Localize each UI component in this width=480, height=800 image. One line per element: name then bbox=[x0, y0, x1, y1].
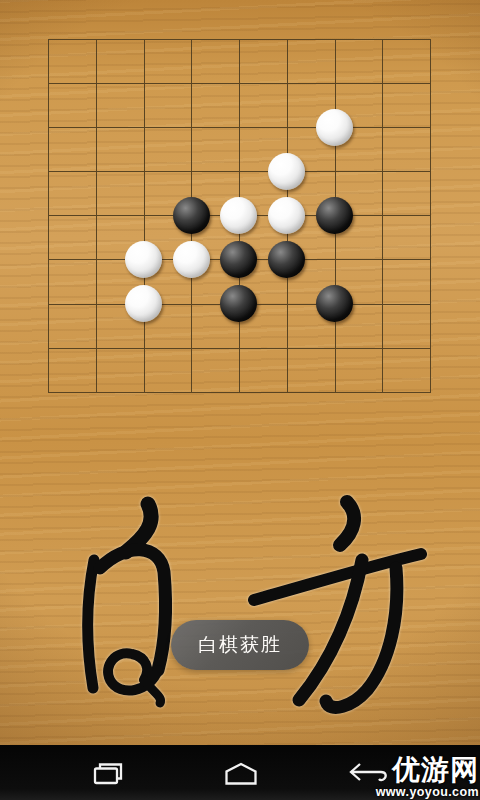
board-intersection[interactable] bbox=[311, 149, 359, 193]
board-intersection[interactable] bbox=[24, 193, 72, 237]
black-stone-point[interactable] bbox=[215, 237, 263, 281]
board-intersection[interactable] bbox=[120, 105, 168, 149]
recents-icon bbox=[90, 761, 126, 787]
board-intersection[interactable] bbox=[24, 17, 72, 61]
board-intersection[interactable] bbox=[358, 326, 406, 370]
board-intersection[interactable] bbox=[24, 149, 72, 193]
recents-button[interactable] bbox=[86, 759, 130, 789]
board-intersection[interactable] bbox=[72, 149, 120, 193]
calligraphy-char-fang bbox=[254, 502, 421, 707]
board-intersection[interactable] bbox=[358, 193, 406, 237]
board-intersection[interactable] bbox=[72, 370, 120, 414]
board-intersection[interactable] bbox=[406, 61, 454, 105]
board-intersection[interactable] bbox=[167, 370, 215, 414]
black-stone bbox=[316, 197, 353, 234]
white-stone bbox=[125, 241, 162, 278]
board-intersection[interactable] bbox=[24, 105, 72, 149]
home-icon bbox=[223, 761, 259, 787]
board-intersection[interactable] bbox=[167, 282, 215, 326]
board-intersection[interactable] bbox=[263, 326, 311, 370]
stones-layer bbox=[24, 17, 454, 414]
black-stone-point[interactable] bbox=[215, 282, 263, 326]
board-intersection[interactable] bbox=[72, 61, 120, 105]
win-toast: 白棋获胜 bbox=[171, 620, 309, 670]
board-intersection[interactable] bbox=[406, 193, 454, 237]
black-stone-point[interactable] bbox=[167, 193, 215, 237]
board-intersection[interactable] bbox=[311, 61, 359, 105]
board-intersection[interactable] bbox=[311, 326, 359, 370]
watermark: 优游网 www.yoyou.com bbox=[376, 756, 479, 800]
white-stone-point[interactable] bbox=[215, 193, 263, 237]
white-stone-point[interactable] bbox=[263, 193, 311, 237]
board-intersection[interactable] bbox=[24, 370, 72, 414]
board-intersection[interactable] bbox=[263, 61, 311, 105]
board-intersection[interactable] bbox=[167, 149, 215, 193]
board-intersection[interactable] bbox=[215, 326, 263, 370]
black-stone-point[interactable] bbox=[311, 193, 359, 237]
board-intersection[interactable] bbox=[311, 17, 359, 61]
white-stone bbox=[173, 241, 210, 278]
board-intersection[interactable] bbox=[358, 282, 406, 326]
board-intersection[interactable] bbox=[120, 61, 168, 105]
board-intersection[interactable] bbox=[120, 370, 168, 414]
board-intersection[interactable] bbox=[406, 237, 454, 281]
board-intersection[interactable] bbox=[263, 370, 311, 414]
board-intersection[interactable] bbox=[358, 149, 406, 193]
gomoku-app-screen: 白棋获胜 优游网 www.yoyou.com bbox=[0, 0, 480, 800]
white-stone-point[interactable] bbox=[167, 237, 215, 281]
white-stone-point[interactable] bbox=[263, 149, 311, 193]
board-intersection[interactable] bbox=[120, 193, 168, 237]
black-stone bbox=[268, 241, 305, 278]
board-intersection[interactable] bbox=[24, 282, 72, 326]
home-button[interactable] bbox=[219, 759, 263, 789]
board-intersection[interactable] bbox=[215, 370, 263, 414]
board-intersection[interactable] bbox=[72, 326, 120, 370]
board-intersection[interactable] bbox=[167, 17, 215, 61]
black-stone-point[interactable] bbox=[263, 237, 311, 281]
board-intersection[interactable] bbox=[120, 149, 168, 193]
board-intersection[interactable] bbox=[406, 282, 454, 326]
board-intersection[interactable] bbox=[263, 17, 311, 61]
board-intersection[interactable] bbox=[24, 326, 72, 370]
calligraphy-char-bai bbox=[88, 504, 166, 703]
board-intersection[interactable] bbox=[358, 61, 406, 105]
watermark-site-name: 优游网 bbox=[376, 756, 479, 784]
board-intersection[interactable] bbox=[72, 282, 120, 326]
board-intersection[interactable] bbox=[406, 105, 454, 149]
board-intersection[interactable] bbox=[311, 370, 359, 414]
board-intersection[interactable] bbox=[24, 237, 72, 281]
board-intersection[interactable] bbox=[406, 149, 454, 193]
board-intersection[interactable] bbox=[72, 237, 120, 281]
board-intersection[interactable] bbox=[358, 17, 406, 61]
board-intersection[interactable] bbox=[263, 105, 311, 149]
white-stone bbox=[125, 285, 162, 322]
black-stone bbox=[220, 241, 257, 278]
white-stone bbox=[268, 197, 305, 234]
white-stone-point[interactable] bbox=[311, 105, 359, 149]
white-stone bbox=[268, 153, 305, 190]
board-intersection[interactable] bbox=[215, 17, 263, 61]
board-intersection[interactable] bbox=[120, 326, 168, 370]
black-stone bbox=[316, 285, 353, 322]
board-intersection[interactable] bbox=[406, 17, 454, 61]
board-intersection[interactable] bbox=[167, 105, 215, 149]
board-intersection[interactable] bbox=[72, 17, 120, 61]
board-intersection[interactable] bbox=[167, 326, 215, 370]
white-stone-point[interactable] bbox=[120, 282, 168, 326]
board-intersection[interactable] bbox=[358, 370, 406, 414]
black-stone bbox=[173, 197, 210, 234]
watermark-site-url: www.yoyou.com bbox=[376, 786, 479, 799]
board-intersection[interactable] bbox=[167, 61, 215, 105]
board-intersection[interactable] bbox=[72, 193, 120, 237]
white-stone bbox=[220, 197, 257, 234]
board-intersection[interactable] bbox=[72, 105, 120, 149]
white-stone-point[interactable] bbox=[120, 237, 168, 281]
board-intersection[interactable] bbox=[406, 370, 454, 414]
black-stone-point[interactable] bbox=[311, 282, 359, 326]
board-intersection[interactable] bbox=[358, 105, 406, 149]
board-intersection[interactable] bbox=[406, 326, 454, 370]
board-intersection[interactable] bbox=[120, 17, 168, 61]
board-intersection[interactable] bbox=[311, 237, 359, 281]
board-intersection[interactable] bbox=[24, 61, 72, 105]
board-intersection[interactable] bbox=[358, 237, 406, 281]
board-intersection[interactable] bbox=[263, 282, 311, 326]
board-intersection[interactable] bbox=[215, 149, 263, 193]
black-stone bbox=[220, 285, 257, 322]
white-stone bbox=[316, 109, 353, 146]
white-side-calligraphy bbox=[60, 490, 430, 725]
board-intersection[interactable] bbox=[215, 105, 263, 149]
board-intersection[interactable] bbox=[215, 61, 263, 105]
